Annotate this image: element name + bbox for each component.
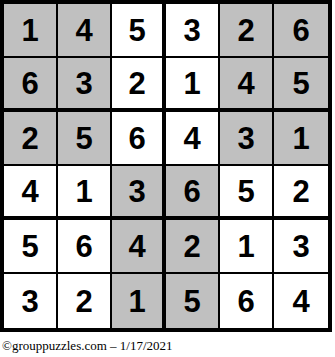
cell-r1c2: 4 xyxy=(58,4,112,58)
cell-r5c5: 1 xyxy=(220,220,274,274)
cell-r5c6: 3 xyxy=(274,220,328,274)
cell-r2c6: 5 xyxy=(274,58,328,112)
cell-r6c6: 4 xyxy=(274,274,328,328)
cell-r1c1: 1 xyxy=(4,4,58,58)
cell-r4c2: 1 xyxy=(58,166,112,220)
cell-r4c4: 6 xyxy=(166,166,220,220)
cell-r4c5: 5 xyxy=(220,166,274,220)
cell-r1c3: 5 xyxy=(112,4,166,58)
cell-r6c2: 2 xyxy=(58,274,112,328)
cell-r3c3: 6 xyxy=(112,112,166,166)
cell-r5c3: 4 xyxy=(112,220,166,274)
cell-r2c4: 1 xyxy=(166,58,220,112)
sudoku-board: 145326632145256431413652564213321564 xyxy=(0,0,332,332)
cell-r6c5: 6 xyxy=(220,274,274,328)
cell-r5c4: 2 xyxy=(166,220,220,274)
copyright-footer: ©grouppuzzles.com – 1/17/2021 xyxy=(2,338,173,354)
cell-r3c5: 3 xyxy=(220,112,274,166)
cell-r1c6: 6 xyxy=(274,4,328,58)
cell-r4c3: 3 xyxy=(112,166,166,220)
cell-r3c1: 2 xyxy=(4,112,58,166)
cell-r6c3: 1 xyxy=(112,274,166,328)
cell-r6c4: 5 xyxy=(166,274,220,328)
cell-r3c4: 4 xyxy=(166,112,220,166)
cell-r2c3: 2 xyxy=(112,58,166,112)
cell-r1c4: 3 xyxy=(166,4,220,58)
cell-r5c1: 5 xyxy=(4,220,58,274)
cell-r2c5: 4 xyxy=(220,58,274,112)
cell-r4c1: 4 xyxy=(4,166,58,220)
cell-r4c6: 2 xyxy=(274,166,328,220)
cell-r6c1: 3 xyxy=(4,274,58,328)
cell-r1c5: 2 xyxy=(220,4,274,58)
cell-r2c1: 6 xyxy=(4,58,58,112)
cell-r3c6: 1 xyxy=(274,112,328,166)
cell-r2c2: 3 xyxy=(58,58,112,112)
sudoku-page: 145326632145256431413652564213321564 ©gr… xyxy=(0,0,335,357)
cell-r5c2: 6 xyxy=(58,220,112,274)
cell-r3c2: 5 xyxy=(58,112,112,166)
